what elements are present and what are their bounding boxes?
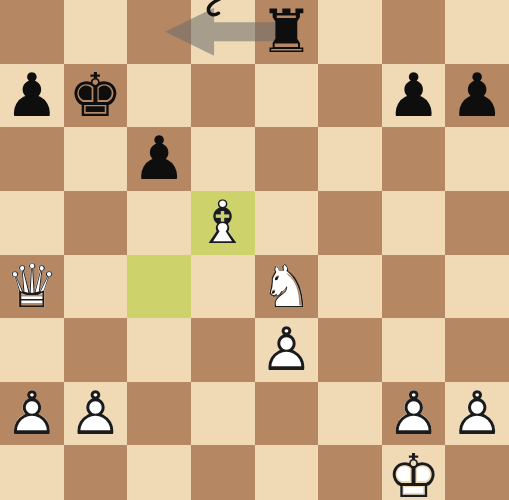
king-glyph: ♚ <box>64 64 128 128</box>
rook-glyph: ♜ <box>255 0 319 64</box>
pawn-glyph-outline: ♙ <box>445 382 509 446</box>
white-bishop[interactable]: ♝♗ <box>191 191 255 255</box>
white-pawn[interactable]: ♟♙ <box>64 382 128 446</box>
pawn-glyph: ♟ <box>0 64 64 128</box>
white-king[interactable]: ♚♔ <box>382 445 446 500</box>
black-pawn[interactable]: ♟ <box>382 64 446 128</box>
black-pawn[interactable]: ♟ <box>127 127 191 191</box>
white-knight[interactable]: ♞♘ <box>255 255 319 319</box>
black-pawn[interactable]: ♟ <box>445 64 509 128</box>
bishop-glyph-outline: ♗ <box>191 191 255 255</box>
white-pawn[interactable]: ♟♙ <box>382 382 446 446</box>
white-queen[interactable]: ♛♕ <box>0 255 64 319</box>
pieces-layer: ♜♟♚♟♟♟♝♗♛♕♞♘♟♙♟♙♟♙♟♙♟♙♚♔ <box>0 0 509 500</box>
queen-glyph-outline: ♕ <box>0 255 64 319</box>
white-pawn[interactable]: ♟♙ <box>445 382 509 446</box>
pawn-glyph: ♟ <box>382 64 446 128</box>
white-pawn[interactable]: ♟♙ <box>255 318 319 382</box>
pawn-glyph-outline: ♙ <box>255 318 319 382</box>
black-rook[interactable]: ♜ <box>255 0 319 64</box>
chess-board: ♜♟♚♟♟♟♝♗♛♕♞♘♟♙♟♙♟♙♟♙♟♙♚♔ 87654321abcdefg… <box>0 0 509 500</box>
black-king[interactable]: ♚ <box>64 64 128 128</box>
knight-glyph-outline: ♘ <box>255 255 319 319</box>
black-pawn[interactable]: ♟ <box>0 64 64 128</box>
pawn-glyph-outline: ♙ <box>64 382 128 446</box>
pawn-glyph: ♟ <box>445 64 509 128</box>
pawn-glyph-outline: ♙ <box>382 382 446 446</box>
white-pawn[interactable]: ♟♙ <box>0 382 64 446</box>
pawn-glyph: ♟ <box>127 127 191 191</box>
pawn-glyph-outline: ♙ <box>0 382 64 446</box>
king-glyph-outline: ♔ <box>382 445 446 500</box>
